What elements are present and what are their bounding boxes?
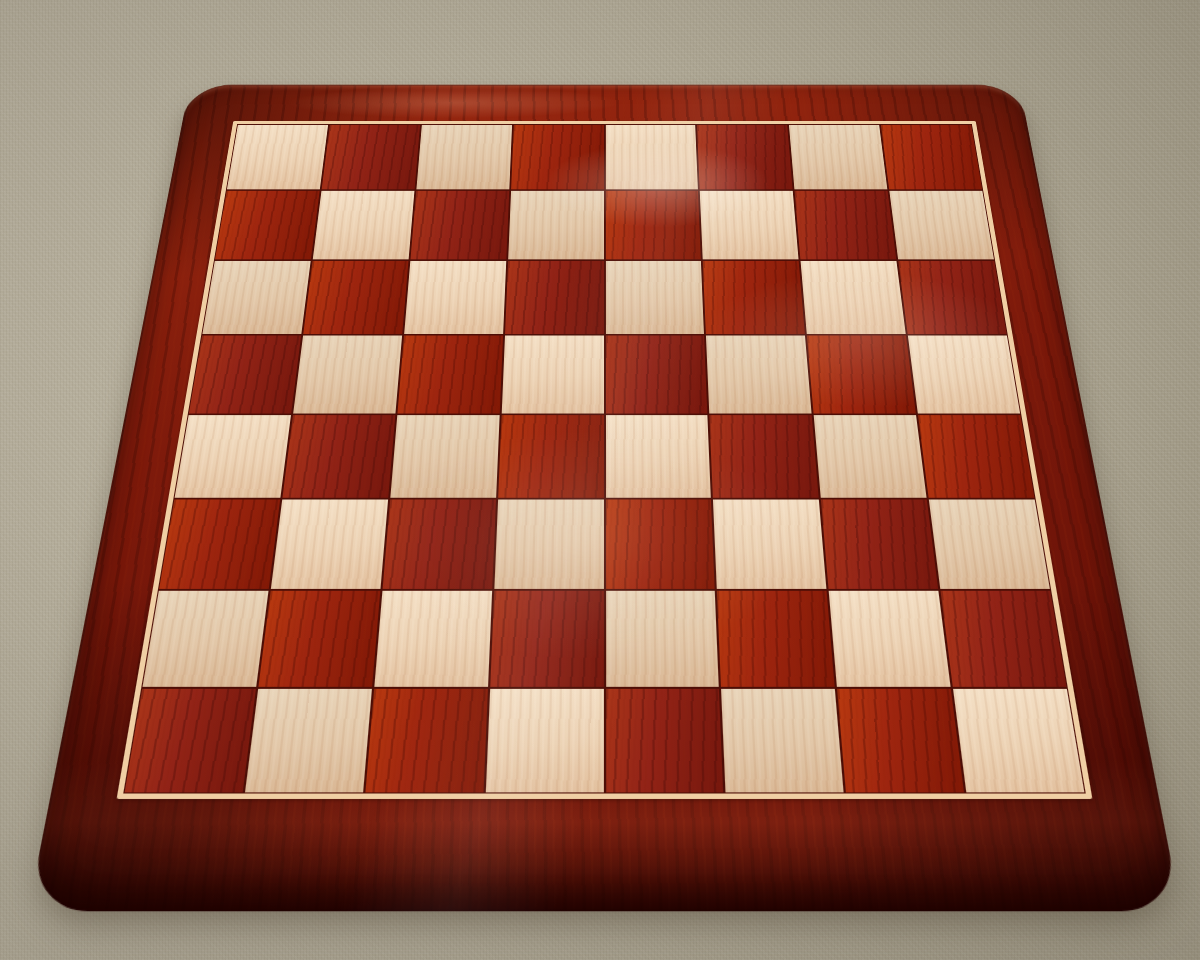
square-a6 <box>202 261 310 334</box>
square-h5 <box>908 335 1020 413</box>
square-b3 <box>271 500 388 589</box>
square-c2 <box>374 591 492 687</box>
square-d3 <box>494 500 604 589</box>
square-d4 <box>498 415 604 498</box>
square-e8 <box>605 125 698 190</box>
chess-board <box>28 85 1181 912</box>
square-g4 <box>814 415 927 498</box>
square-g1 <box>837 689 964 792</box>
square-h7 <box>889 191 994 260</box>
square-c3 <box>382 500 495 589</box>
square-d6 <box>505 261 604 334</box>
square-d7 <box>508 191 604 260</box>
square-e5 <box>605 335 707 413</box>
square-f6 <box>703 261 805 334</box>
square-e2 <box>606 591 720 687</box>
square-c5 <box>397 335 502 413</box>
square-g8 <box>789 125 887 190</box>
square-b5 <box>293 335 402 413</box>
square-h2 <box>941 591 1067 687</box>
square-g5 <box>807 335 916 413</box>
square-d5 <box>501 335 603 413</box>
square-c4 <box>390 415 499 498</box>
square-h6 <box>898 261 1006 334</box>
board-scene <box>122 0 1087 874</box>
square-b1 <box>245 689 372 792</box>
square-f5 <box>706 335 811 413</box>
square-a3 <box>159 500 280 589</box>
square-b4 <box>282 415 395 498</box>
square-h4 <box>918 415 1034 498</box>
square-c6 <box>404 261 506 334</box>
square-e1 <box>606 689 724 792</box>
square-f1 <box>721 689 843 792</box>
square-f3 <box>713 500 826 589</box>
square-g6 <box>801 261 906 334</box>
square-b8 <box>322 125 420 190</box>
square-e4 <box>605 415 711 498</box>
square-e6 <box>605 261 704 334</box>
square-g7 <box>795 191 897 260</box>
square-a7 <box>215 191 320 260</box>
playing-field <box>123 124 1085 793</box>
square-c1 <box>365 689 487 792</box>
square-h3 <box>929 500 1050 589</box>
square-d2 <box>490 591 604 687</box>
square-a4 <box>175 415 291 498</box>
square-f4 <box>710 415 819 498</box>
square-e3 <box>606 500 716 589</box>
square-a2 <box>142 591 268 687</box>
square-f8 <box>697 125 793 190</box>
square-b6 <box>303 261 408 334</box>
square-b7 <box>313 191 415 260</box>
square-e7 <box>605 191 701 260</box>
square-g3 <box>821 500 938 589</box>
square-c7 <box>410 191 509 260</box>
square-c8 <box>416 125 512 190</box>
board-inlay-border <box>117 121 1093 799</box>
square-f7 <box>700 191 799 260</box>
square-g2 <box>829 591 951 687</box>
square-a1 <box>125 689 256 792</box>
square-a5 <box>189 335 301 413</box>
square-h8 <box>881 125 982 190</box>
square-f2 <box>717 591 835 687</box>
square-d1 <box>485 689 603 792</box>
square-a8 <box>227 125 328 190</box>
square-h1 <box>953 689 1084 792</box>
square-d8 <box>511 125 604 190</box>
square-b2 <box>258 591 380 687</box>
